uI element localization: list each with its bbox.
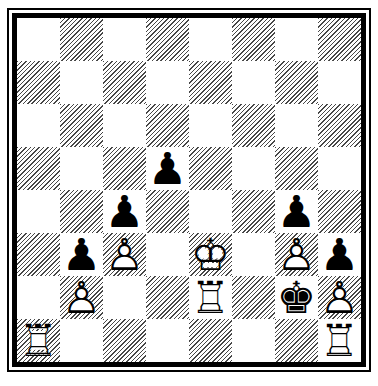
white-pawn[interactable]: ♟♙: [318, 276, 361, 319]
square-d2[interactable]: [146, 276, 189, 319]
square-f1[interactable]: [232, 319, 275, 362]
square-a3[interactable]: [17, 233, 60, 276]
chess-diagram-page: ♟♟♟♟♟♙♚♔♟♙♟♟♙♜♖♚♟♙♜♖♜♖: [0, 0, 378, 386]
white-pawn[interactable]: ♟♙: [103, 233, 146, 276]
white-piece-outline: ♔: [191, 233, 230, 276]
square-a1[interactable]: ♜♖: [17, 319, 60, 362]
square-c5[interactable]: [103, 147, 146, 190]
square-h5[interactable]: [318, 147, 361, 190]
square-h1[interactable]: ♜♖: [318, 319, 361, 362]
square-h4[interactable]: [318, 190, 361, 233]
white-piece-outline: ♖: [320, 319, 359, 362]
black-piece-glyph: ♟: [277, 190, 316, 233]
black-piece-glyph: ♟: [320, 233, 359, 276]
board-inner-frame: ♟♟♟♟♟♙♚♔♟♙♟♟♙♜♖♚♟♙♜♖♜♖: [12, 13, 366, 367]
square-c1[interactable]: [103, 319, 146, 362]
square-f2[interactable]: [232, 276, 275, 319]
square-e2[interactable]: ♜♖: [189, 276, 232, 319]
square-b3[interactable]: ♟: [60, 233, 103, 276]
square-c4[interactable]: ♟: [103, 190, 146, 233]
square-d1[interactable]: [146, 319, 189, 362]
square-g5[interactable]: [275, 147, 318, 190]
square-g2[interactable]: ♚: [275, 276, 318, 319]
black-pawn[interactable]: ♟: [318, 233, 361, 276]
square-f6[interactable]: [232, 104, 275, 147]
square-b4[interactable]: [60, 190, 103, 233]
square-e7[interactable]: [189, 61, 232, 104]
square-g8[interactable]: [275, 18, 318, 61]
square-f3[interactable]: [232, 233, 275, 276]
square-d5[interactable]: ♟: [146, 147, 189, 190]
square-e5[interactable]: [189, 147, 232, 190]
square-a7[interactable]: [17, 61, 60, 104]
white-piece-outline: ♙: [277, 233, 316, 276]
white-piece-outline: ♖: [191, 276, 230, 319]
square-a4[interactable]: [17, 190, 60, 233]
square-e8[interactable]: [189, 18, 232, 61]
square-h3[interactable]: ♟: [318, 233, 361, 276]
black-pawn[interactable]: ♟: [146, 147, 189, 190]
white-piece-outline: ♙: [62, 276, 101, 319]
black-pawn[interactable]: ♟: [275, 190, 318, 233]
square-e4[interactable]: [189, 190, 232, 233]
square-b8[interactable]: [60, 18, 103, 61]
black-pawn[interactable]: ♟: [103, 190, 146, 233]
square-c7[interactable]: [103, 61, 146, 104]
square-c3[interactable]: ♟♙: [103, 233, 146, 276]
square-h6[interactable]: [318, 104, 361, 147]
square-h7[interactable]: [318, 61, 361, 104]
square-g6[interactable]: [275, 104, 318, 147]
square-h2[interactable]: ♟♙: [318, 276, 361, 319]
square-c6[interactable]: [103, 104, 146, 147]
black-piece-glyph: ♚: [277, 276, 316, 319]
square-b1[interactable]: [60, 319, 103, 362]
board-outer-frame: ♟♟♟♟♟♙♚♔♟♙♟♟♙♜♖♚♟♙♜♖♜♖: [7, 8, 371, 372]
square-a5[interactable]: [17, 147, 60, 190]
square-d7[interactable]: [146, 61, 189, 104]
white-piece-outline: ♙: [105, 233, 144, 276]
square-f5[interactable]: [232, 147, 275, 190]
square-a6[interactable]: [17, 104, 60, 147]
black-piece-glyph: ♟: [105, 190, 144, 233]
black-piece-glyph: ♟: [62, 233, 101, 276]
white-piece-outline: ♙: [320, 276, 359, 319]
square-d8[interactable]: [146, 18, 189, 61]
square-d6[interactable]: [146, 104, 189, 147]
square-b5[interactable]: [60, 147, 103, 190]
square-d4[interactable]: [146, 190, 189, 233]
white-rook[interactable]: ♜♖: [318, 319, 361, 362]
square-e1[interactable]: [189, 319, 232, 362]
square-e3[interactable]: ♚♔: [189, 233, 232, 276]
square-d3[interactable]: [146, 233, 189, 276]
square-c2[interactable]: [103, 276, 146, 319]
white-piece-outline: ♖: [19, 319, 58, 362]
white-rook[interactable]: ♜♖: [17, 319, 60, 362]
square-e6[interactable]: [189, 104, 232, 147]
square-f7[interactable]: [232, 61, 275, 104]
square-h8[interactable]: [318, 18, 361, 61]
square-b7[interactable]: [60, 61, 103, 104]
square-g7[interactable]: [275, 61, 318, 104]
chess-board: ♟♟♟♟♟♙♚♔♟♙♟♟♙♜♖♚♟♙♜♖♜♖: [17, 18, 361, 362]
square-g3[interactable]: ♟♙: [275, 233, 318, 276]
square-g1[interactable]: [275, 319, 318, 362]
square-f8[interactable]: [232, 18, 275, 61]
white-rook[interactable]: ♜♖: [189, 276, 232, 319]
square-a2[interactable]: [17, 276, 60, 319]
black-piece-glyph: ♟: [148, 147, 187, 190]
square-a8[interactable]: [17, 18, 60, 61]
black-king[interactable]: ♚: [275, 276, 318, 319]
white-pawn[interactable]: ♟♙: [60, 276, 103, 319]
white-pawn[interactable]: ♟♙: [275, 233, 318, 276]
square-f4[interactable]: [232, 190, 275, 233]
black-pawn[interactable]: ♟: [60, 233, 103, 276]
square-b6[interactable]: [60, 104, 103, 147]
white-king[interactable]: ♚♔: [189, 233, 232, 276]
square-c8[interactable]: [103, 18, 146, 61]
square-g4[interactable]: ♟: [275, 190, 318, 233]
square-b2[interactable]: ♟♙: [60, 276, 103, 319]
